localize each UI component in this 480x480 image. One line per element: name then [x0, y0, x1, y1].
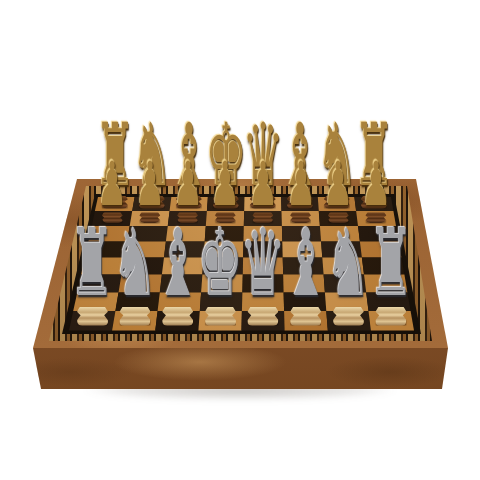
piece-glyph: ♟: [285, 155, 315, 216]
piece-base: [248, 307, 279, 326]
piece-base: [376, 307, 407, 326]
silver-rook-a8[interactable]: ♜: [363, 248, 419, 326]
piece-base: [77, 307, 108, 326]
piece-glyph: ♟: [135, 155, 165, 216]
piece-glyph: ♟: [210, 155, 240, 216]
piece-glyph: ♜: [368, 217, 414, 310]
piece-base: [120, 307, 151, 326]
piece-base: [162, 307, 193, 326]
piece-glyph: ♟: [248, 155, 278, 216]
piece-base: [205, 307, 236, 326]
piece-base: [333, 307, 364, 326]
piece-glyph: ♟: [361, 155, 391, 216]
product-photo-scene: ♜♞♝♚♛♝♞♜♟♟♟♟♟♟♟♟♜♞♝♚♛♝♞♜: [0, 0, 480, 480]
piece-glyph: ♟: [323, 155, 353, 216]
piece-glyph: ♟: [97, 155, 127, 216]
piece-glyph: ♟: [172, 155, 202, 216]
piece-base: [290, 307, 321, 326]
